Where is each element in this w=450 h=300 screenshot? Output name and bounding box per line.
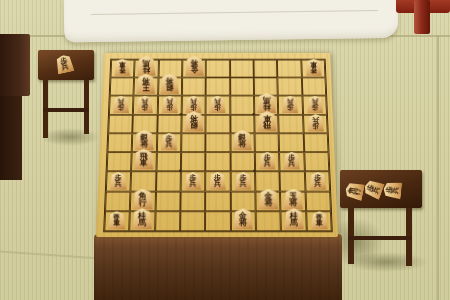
board-square[interactable]: 歩兵 xyxy=(302,96,327,115)
board-square[interactable]: 桂馬 xyxy=(281,211,307,231)
shogi-piece-銀将[interactable]: 銀将 xyxy=(233,130,252,150)
board-square[interactable] xyxy=(206,133,231,152)
shogi-piece-桂馬[interactable]: 桂馬 xyxy=(137,56,156,76)
board-square[interactable]: 歩兵 xyxy=(181,172,206,192)
board-square[interactable] xyxy=(254,60,278,78)
shogi-piece-歩兵[interactable]: 歩兵 xyxy=(282,95,298,112)
shogi-piece-銀将[interactable]: 銀将 xyxy=(184,111,203,131)
board-square[interactable] xyxy=(280,172,305,192)
board-square[interactable] xyxy=(305,191,331,211)
board-square[interactable] xyxy=(206,78,230,96)
board-square[interactable] xyxy=(157,114,182,133)
shogi-piece-歩兵[interactable]: 歩兵 xyxy=(161,133,178,151)
captured-piece-角行[interactable]: 角行 xyxy=(344,181,365,201)
board-square[interactable]: 香車 xyxy=(306,211,332,231)
board-square[interactable]: 歩兵 xyxy=(279,152,304,171)
board-square[interactable] xyxy=(206,152,231,171)
shogi-piece-王将[interactable]: 王将 xyxy=(136,74,155,94)
shogi-board[interactable]: 香車桂馬金将香車王将銀将歩兵歩兵歩兵歩兵歩兵桂馬歩兵歩兵銀将飛車歩兵銀将歩兵銀将… xyxy=(96,53,338,237)
star-point xyxy=(252,113,255,116)
board-square[interactable] xyxy=(156,172,181,192)
board-square[interactable]: 香車 xyxy=(104,211,130,231)
board-square[interactable]: 歩兵 xyxy=(206,96,230,115)
board-square[interactable]: 歩兵 xyxy=(157,133,182,152)
board-square[interactable] xyxy=(279,133,304,152)
white-cloth xyxy=(64,0,399,42)
board-square[interactable]: 歩兵 xyxy=(109,96,134,115)
shogi-piece-歩兵[interactable]: 歩兵 xyxy=(309,172,326,190)
shogi-piece-歩兵[interactable]: 歩兵 xyxy=(259,152,276,170)
board-square[interactable] xyxy=(303,133,328,152)
shogi-piece-飛車[interactable]: 飛車 xyxy=(257,111,276,131)
board-square[interactable] xyxy=(230,78,254,96)
captured-piece-歩兵[interactable]: 歩兵 xyxy=(54,53,74,74)
board-square[interactable]: 銀将 xyxy=(158,78,182,96)
shogi-piece-歩兵[interactable]: 歩兵 xyxy=(307,95,323,112)
board-square[interactable] xyxy=(255,172,280,192)
captured-piece-歩兵[interactable]: 歩兵 xyxy=(362,178,385,200)
shogi-piece-歩兵[interactable]: 歩兵 xyxy=(210,95,226,112)
gote-komadai: 歩兵 xyxy=(38,50,98,142)
cloth-fold xyxy=(91,10,378,15)
board-square[interactable] xyxy=(105,191,131,211)
board-square[interactable]: 歩兵 xyxy=(106,172,132,192)
side-furniture xyxy=(0,34,30,96)
board-square[interactable]: 飛車 xyxy=(131,152,156,171)
shogi-piece-銀将[interactable]: 銀将 xyxy=(160,74,179,94)
shogi-piece-歩兵[interactable]: 歩兵 xyxy=(235,172,252,190)
board-square[interactable]: 金将 xyxy=(182,60,206,78)
board-square[interactable]: 金将 xyxy=(231,211,256,231)
board-square[interactable] xyxy=(277,60,301,78)
board-square[interactable]: 歩兵 xyxy=(230,172,255,192)
board-square[interactable]: 桂馬 xyxy=(130,211,156,231)
board-square[interactable]: 歩兵 xyxy=(157,96,181,115)
shogi-piece-香車[interactable]: 香車 xyxy=(311,211,328,229)
board-square[interactable] xyxy=(107,152,132,171)
board-square[interactable] xyxy=(181,133,206,152)
board-square[interactable] xyxy=(155,211,181,231)
board-square[interactable]: 銀将 xyxy=(230,133,255,152)
shogi-piece-金将[interactable]: 金将 xyxy=(233,208,253,229)
shogi-piece-飛車[interactable]: 飛車 xyxy=(134,149,154,170)
board-square[interactable]: 香車 xyxy=(301,60,325,78)
board-square[interactable] xyxy=(180,191,205,211)
board-square[interactable]: 玉将 xyxy=(280,191,306,211)
captured-piece-歩兵[interactable]: 歩兵 xyxy=(383,181,403,200)
board-square[interactable] xyxy=(182,78,206,96)
shogi-piece-歩兵[interactable]: 歩兵 xyxy=(161,95,177,112)
board-square[interactable] xyxy=(107,133,132,152)
board-square[interactable] xyxy=(206,60,230,78)
board-square[interactable]: 香車 xyxy=(110,60,134,78)
sente-komadai: 角行歩兵歩兵 xyxy=(340,170,426,266)
shogi-piece-玉将[interactable]: 玉将 xyxy=(283,188,303,209)
shogi-piece-歩兵[interactable]: 歩兵 xyxy=(284,152,301,170)
board-body xyxy=(94,234,342,300)
board-square[interactable] xyxy=(302,78,327,96)
board-square[interactable] xyxy=(278,78,302,96)
shogi-piece-歩兵[interactable]: 歩兵 xyxy=(110,172,127,190)
side-furniture-leg xyxy=(0,96,22,180)
board-square[interactable]: 飛車 xyxy=(254,114,279,133)
shogi-piece-金将[interactable]: 金将 xyxy=(185,56,204,76)
shogi-piece-金将[interactable]: 金将 xyxy=(258,188,278,209)
board-square[interactable] xyxy=(110,78,135,96)
shogi-piece-歩兵[interactable]: 歩兵 xyxy=(210,172,227,190)
board-square[interactable]: 歩兵 xyxy=(278,96,303,115)
shogi-piece-角行[interactable]: 角行 xyxy=(133,188,153,209)
board-square[interactable] xyxy=(230,191,255,211)
board-square[interactable] xyxy=(108,114,133,133)
shogi-piece-桂馬[interactable]: 桂馬 xyxy=(284,208,304,229)
board-square[interactable] xyxy=(256,211,282,231)
board-grid: 香車桂馬金将香車王将銀将歩兵歩兵歩兵歩兵歩兵桂馬歩兵歩兵銀将飛車歩兵銀将歩兵銀将… xyxy=(103,59,333,232)
board-square[interactable] xyxy=(205,211,230,231)
board-square[interactable] xyxy=(304,152,329,171)
shogi-piece-香車[interactable]: 香車 xyxy=(108,211,125,229)
board-square[interactable] xyxy=(206,114,230,133)
shogi-piece-桂馬[interactable]: 桂馬 xyxy=(132,208,152,229)
shogi-piece-香車[interactable]: 香車 xyxy=(305,59,321,76)
shogi-piece-歩兵[interactable]: 歩兵 xyxy=(113,95,129,112)
wood-grain xyxy=(94,234,342,300)
board-square[interactable]: 金将 xyxy=(255,191,280,211)
board-square[interactable]: 歩兵 xyxy=(305,172,331,192)
board-square[interactable]: 王将 xyxy=(134,78,158,96)
shogi-piece-銀将[interactable]: 銀将 xyxy=(135,130,154,150)
shogi-piece-香車[interactable]: 香車 xyxy=(114,59,130,76)
board-square[interactable] xyxy=(180,211,205,231)
board-square[interactable] xyxy=(230,60,254,78)
board-square[interactable]: 銀将 xyxy=(181,114,205,133)
tatami-seam xyxy=(437,35,439,300)
sente-komadai-pieces: 角行歩兵歩兵 xyxy=(340,170,426,266)
gote-komadai-pieces: 歩兵 xyxy=(38,50,98,142)
board-surface: 香車桂馬金将香車王将銀将歩兵歩兵歩兵歩兵歩兵桂馬歩兵歩兵銀将飛車歩兵銀将歩兵銀将… xyxy=(96,53,338,237)
board-square[interactable] xyxy=(181,152,206,171)
shogi-piece-歩兵[interactable]: 歩兵 xyxy=(307,114,323,131)
scene: 歩兵 香車桂馬金将香車王将銀将歩兵歩兵歩兵歩兵歩兵桂馬歩兵歩兵銀将飛車歩兵銀将歩… xyxy=(0,0,450,300)
shogi-piece-桂馬[interactable]: 桂馬 xyxy=(257,93,276,113)
board-square[interactable] xyxy=(230,96,254,115)
shogi-piece-歩兵[interactable]: 歩兵 xyxy=(186,95,202,112)
star-point xyxy=(180,113,183,116)
board-square[interactable] xyxy=(279,114,304,133)
red-lacquer-stand-leg xyxy=(414,0,430,34)
shogi-piece-歩兵[interactable]: 歩兵 xyxy=(137,95,153,112)
board-square[interactable] xyxy=(156,152,181,171)
board-square[interactable] xyxy=(155,191,180,211)
board-square[interactable]: 歩兵 xyxy=(206,172,231,192)
board-square[interactable]: 歩兵 xyxy=(133,96,158,115)
board-square[interactable] xyxy=(230,152,255,171)
shogi-piece-歩兵[interactable]: 歩兵 xyxy=(185,172,202,190)
board-square[interactable]: 歩兵 xyxy=(255,152,280,171)
board-square[interactable]: 角行 xyxy=(130,191,156,211)
board-square[interactable] xyxy=(205,191,230,211)
board-square[interactable] xyxy=(255,133,280,152)
board-square[interactable] xyxy=(131,172,156,192)
board-square[interactable]: 歩兵 xyxy=(303,114,328,133)
